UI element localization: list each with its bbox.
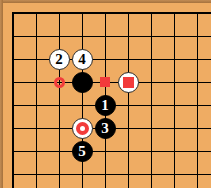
grid-line-v	[197, 48, 198, 71]
board-point	[140, 94, 163, 117]
grid-line-v	[12, 163, 14, 189]
board-edge-top	[0, 0, 211, 3]
grid-line-v	[59, 117, 60, 140]
board-point	[71, 94, 94, 117]
grid-line-v	[36, 12, 37, 25]
board-point	[48, 163, 71, 186]
board-point	[163, 163, 186, 186]
grid-line-v	[59, 163, 60, 189]
board-point	[140, 48, 163, 71]
grid-line-v	[174, 71, 175, 94]
board-point	[71, 117, 94, 140]
board-point	[163, 48, 186, 71]
board-point	[117, 25, 140, 48]
board-point	[2, 94, 25, 117]
board-point	[186, 25, 209, 48]
grid-line-h	[186, 151, 212, 152]
black-stone: 3	[95, 118, 116, 139]
board-point	[186, 117, 209, 140]
board-point	[117, 117, 140, 140]
move-number-label: 3	[101, 121, 109, 136]
grid-line-v	[197, 94, 198, 117]
grid-line-v	[174, 117, 175, 140]
grid-line-v	[197, 25, 198, 48]
grid-line-v	[12, 71, 14, 94]
board-point	[94, 25, 117, 48]
board-point	[163, 2, 186, 25]
grid-line-v	[36, 163, 37, 189]
grid-line-v	[174, 163, 175, 189]
board-point	[94, 163, 117, 186]
grid-line-v	[36, 117, 37, 140]
board-point	[48, 25, 71, 48]
board-point	[71, 25, 94, 48]
board-point	[48, 71, 71, 94]
board-point	[186, 71, 209, 94]
board-point	[25, 71, 48, 94]
board-point: 3	[94, 117, 117, 140]
grid-line-v	[151, 12, 152, 25]
board-point	[25, 163, 48, 186]
board-point	[25, 48, 48, 71]
grid-line-h	[186, 59, 212, 60]
grid-line-v	[36, 25, 37, 48]
grid-line-v	[128, 163, 129, 189]
board-point: 2	[48, 48, 71, 71]
board-point	[186, 94, 209, 117]
board-point	[2, 71, 25, 94]
board-point	[140, 117, 163, 140]
go-board: 24135	[2, 2, 209, 186]
grid-line-v	[151, 71, 152, 94]
square-marker-icon	[123, 77, 134, 88]
white-stone: 4	[72, 49, 93, 70]
grid-line-h	[186, 174, 212, 175]
board-point	[48, 117, 71, 140]
board-point	[48, 2, 71, 25]
grid-line-v	[12, 48, 14, 71]
grid-line-v	[151, 25, 152, 48]
circle-marker-icon	[54, 77, 65, 88]
grid-line-v	[197, 163, 198, 189]
grid-line-v	[197, 140, 198, 163]
grid-line-v	[128, 94, 129, 117]
board-point	[163, 25, 186, 48]
move-number-label: 5	[78, 144, 86, 159]
grid-line-v	[174, 94, 175, 117]
grid-line-h	[186, 82, 212, 83]
board-point	[94, 2, 117, 25]
grid-line-v	[105, 25, 106, 48]
board-point	[163, 140, 186, 163]
grid-line-v	[128, 140, 129, 163]
board-point	[163, 94, 186, 117]
board-point	[163, 117, 186, 140]
board-point	[2, 140, 25, 163]
board-point	[48, 140, 71, 163]
board-point	[25, 25, 48, 48]
grid-line-v	[128, 25, 129, 48]
move-number-label: 1	[101, 98, 109, 113]
grid-line-v	[105, 48, 106, 71]
board-point	[25, 94, 48, 117]
board-point	[2, 117, 25, 140]
grid-line-v	[105, 163, 106, 189]
grid-line-v	[151, 163, 152, 189]
grid-line-h	[186, 12, 212, 14]
board-point	[186, 163, 209, 186]
board-point	[117, 140, 140, 163]
grid-line-v	[151, 94, 152, 117]
grid-line-v	[82, 163, 83, 189]
move-number-label: 4	[78, 52, 86, 67]
grid-line-v	[59, 140, 60, 163]
board-point	[94, 71, 117, 94]
board-point	[117, 48, 140, 71]
grid-line-v	[82, 94, 83, 117]
white-stone: 2	[49, 49, 70, 70]
grid-line-v	[36, 48, 37, 71]
grid-line-h	[186, 128, 212, 129]
circle-marker-icon	[76, 122, 89, 135]
board-point	[94, 140, 117, 163]
board-point	[186, 140, 209, 163]
grid-line-v	[128, 12, 129, 25]
grid-line-h	[186, 105, 212, 106]
board-point	[2, 2, 25, 25]
board-point	[94, 48, 117, 71]
grid-line-v	[151, 48, 152, 71]
board-point	[140, 2, 163, 25]
board-point	[2, 48, 25, 71]
grid-line-v	[59, 25, 60, 48]
board-point	[117, 2, 140, 25]
grid-line-v	[105, 12, 106, 25]
grid-line-v	[151, 140, 152, 163]
board-point	[117, 71, 140, 94]
grid-line-v	[174, 140, 175, 163]
grid-line-v	[59, 94, 60, 117]
grid-line-v	[197, 12, 198, 25]
board-point	[186, 2, 209, 25]
grid-line-v	[12, 94, 14, 117]
black-stone: 1	[95, 95, 116, 116]
board-point	[25, 117, 48, 140]
board-point: 4	[71, 48, 94, 71]
board-point	[186, 48, 209, 71]
board-point	[140, 140, 163, 163]
grid-line-v	[36, 94, 37, 117]
board-point	[140, 25, 163, 48]
grid-line-v	[59, 12, 60, 25]
board-point	[2, 163, 25, 186]
board-point	[140, 71, 163, 94]
grid-line-v	[12, 140, 14, 163]
board-point: 5	[71, 140, 94, 163]
grid-line-v	[197, 117, 198, 140]
grid-line-v	[36, 140, 37, 163]
grid-line-v	[128, 117, 129, 140]
grid-line-v	[174, 48, 175, 71]
board-edge-left	[0, 0, 3, 188]
go-board-diagram: 24135	[0, 0, 211, 188]
board-point	[117, 163, 140, 186]
board-point	[140, 163, 163, 186]
grid-line-v	[128, 48, 129, 71]
black-stone: 5	[72, 141, 93, 162]
grid-line-v	[174, 25, 175, 48]
white-stone	[72, 118, 93, 139]
square-marker-icon	[100, 77, 110, 87]
board-point	[2, 25, 25, 48]
board-point	[163, 71, 186, 94]
grid-line-v	[12, 117, 14, 140]
grid-line-v	[151, 117, 152, 140]
grid-line-v	[12, 25, 14, 48]
black-stone	[72, 72, 93, 93]
board-point	[25, 140, 48, 163]
white-stone	[118, 72, 139, 93]
board-point	[71, 71, 94, 94]
board-point	[71, 2, 94, 25]
grid-line-v	[36, 71, 37, 94]
grid-line-v	[174, 12, 175, 25]
board-point	[117, 94, 140, 117]
grid-line-v	[82, 25, 83, 48]
board-point	[71, 163, 94, 186]
grid-line-v	[82, 12, 83, 25]
board-point: 1	[94, 94, 117, 117]
grid-line-v	[12, 12, 14, 25]
grid-line-v	[197, 71, 198, 94]
board-point	[48, 94, 71, 117]
board-point	[25, 2, 48, 25]
grid-line-v	[105, 140, 106, 163]
move-number-label: 2	[55, 52, 63, 67]
grid-line-h	[186, 36, 212, 37]
